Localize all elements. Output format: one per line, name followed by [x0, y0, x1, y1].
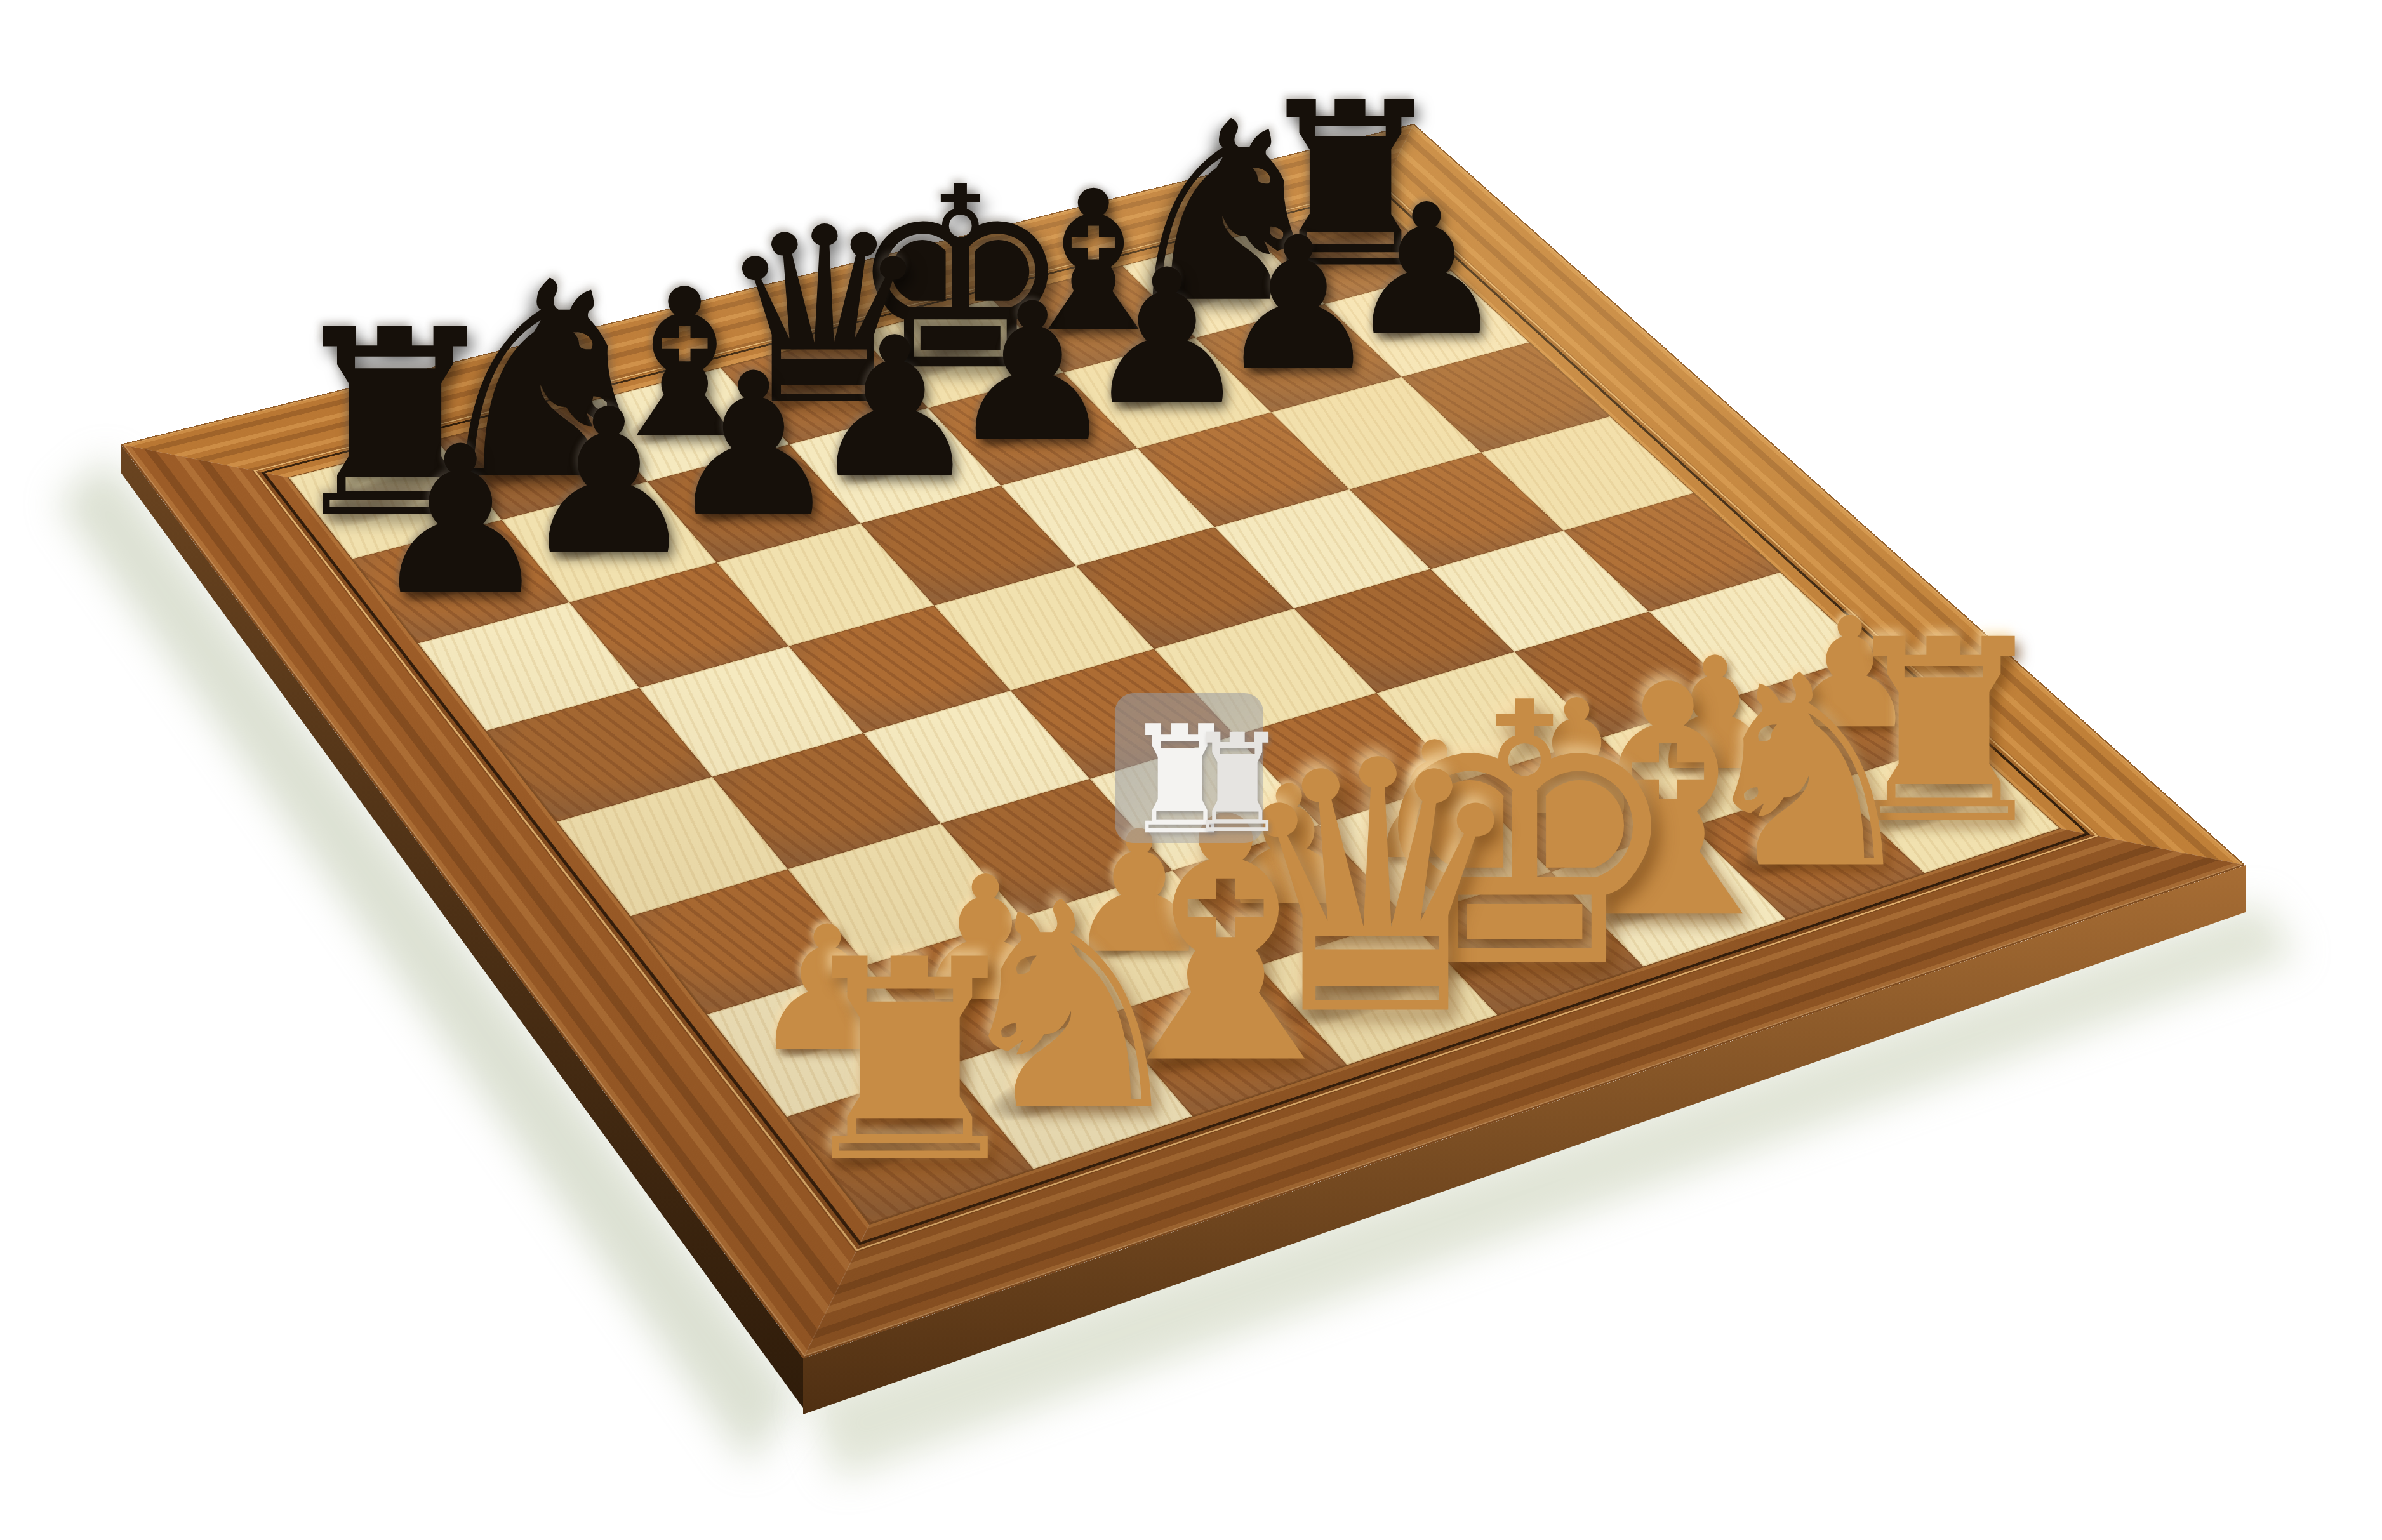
two-rooks-watermark: ♜ ♜ — [1115, 693, 1263, 843]
piece-black-pawn-a7[interactable]: ♟ — [369, 419, 552, 623]
product-photo-chess-set: { "game": "chess", "scene": { "descripti… — [0, 0, 2382, 1540]
watermark-right-rook-icon: ♜ — [1187, 716, 1287, 852]
piece-white-rook-a1[interactable]: ♜ — [785, 924, 1034, 1201]
